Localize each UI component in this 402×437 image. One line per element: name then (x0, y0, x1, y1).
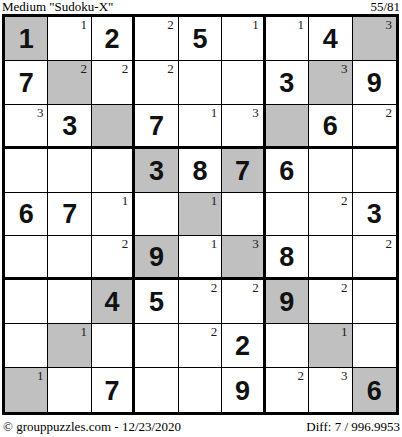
cell-r7c8[interactable]: 2 (309, 280, 352, 324)
given-digit: 4 (105, 289, 120, 316)
cell-r9c3[interactable]: 7 (92, 368, 135, 412)
page-title: Medium "Sudoku-X" (2, 0, 113, 15)
given-digit: 4 (323, 26, 338, 53)
pencil-mark: 1 (211, 194, 218, 207)
cell-r5c5[interactable]: 1 (179, 193, 222, 237)
cell-r8c8[interactable]: 1 (309, 324, 352, 368)
pencil-mark: 1 (80, 325, 87, 338)
cell-r5c2[interactable]: 7 (48, 193, 91, 237)
given-digit: 6 (19, 201, 34, 228)
cell-r9c7[interactable]: 2 (266, 368, 309, 412)
cell-r6c1[interactable] (5, 236, 48, 280)
given-digit: 7 (62, 201, 77, 228)
cell-r8c9[interactable] (353, 324, 396, 368)
pencil-mark: 2 (167, 18, 174, 31)
cell-r6c7[interactable]: 8 (266, 236, 309, 280)
cell-r3c5[interactable]: 1 (179, 105, 222, 149)
cell-r7c4[interactable]: 5 (135, 280, 178, 324)
pencil-mark: 2 (122, 237, 129, 250)
pencil-mark: 1 (37, 369, 44, 382)
cell-r2c7[interactable]: 3 (266, 61, 309, 105)
given-digit: 2 (235, 333, 250, 360)
cell-r6c4[interactable]: 9 (135, 236, 178, 280)
empty-cell-counter: 55/81 (370, 0, 400, 15)
pencil-mark: 1 (80, 18, 87, 31)
given-digit: 3 (367, 201, 382, 228)
given-digit: 7 (19, 70, 34, 97)
given-digit: 6 (279, 158, 294, 185)
given-digit: 5 (149, 289, 164, 316)
cell-r1c8[interactable]: 4 (309, 17, 352, 61)
copyright-text: © grouppuzzles.com - 12/23/2020 (3, 419, 181, 435)
cell-r8c2[interactable]: 1 (48, 324, 91, 368)
given-digit: 9 (235, 378, 250, 405)
cell-r3c9[interactable]: 2 (353, 105, 396, 149)
cell-r8c5[interactable]: 2 (179, 324, 222, 368)
cell-r7c9[interactable] (353, 280, 396, 324)
pencil-mark: 3 (252, 106, 259, 119)
cell-r4c9[interactable] (353, 149, 396, 193)
given-digit: 8 (279, 244, 294, 271)
cell-r6c6[interactable]: 3 (222, 236, 265, 280)
given-digit: 1 (19, 26, 34, 53)
cell-r1c2[interactable]: 1 (48, 17, 91, 61)
cell-r5c8[interactable]: 2 (309, 193, 352, 237)
given-digit: 9 (367, 70, 382, 97)
cell-r6c5[interactable]: 1 (179, 236, 222, 280)
pencil-mark: 2 (385, 237, 392, 250)
cell-r1c6[interactable]: 1 (222, 17, 265, 61)
cell-r4c7[interactable]: 6 (266, 149, 309, 193)
pencil-mark: 2 (385, 106, 392, 119)
sudoku-x-page: Medium "Sudoku-X" 55/81 1122511437222339… (0, 0, 402, 437)
cell-r4c1[interactable] (5, 149, 48, 193)
cell-r3c8[interactable]: 6 (309, 105, 352, 149)
cell-r4c8[interactable] (309, 149, 352, 193)
given-digit: 7 (105, 378, 120, 405)
cell-r6c9[interactable]: 2 (353, 236, 396, 280)
cell-r8c4[interactable] (135, 324, 178, 368)
pencil-mark: 1 (211, 237, 218, 250)
cell-r5c7[interactable] (266, 193, 309, 237)
given-digit: 2 (105, 26, 120, 53)
cell-r9c8[interactable]: 3 (309, 368, 352, 412)
pencil-mark: 3 (37, 106, 44, 119)
cell-r5c1[interactable]: 6 (5, 193, 48, 237)
pencil-mark: 1 (252, 18, 259, 31)
pencil-mark: 3 (252, 237, 259, 250)
cell-r2c5[interactable] (179, 61, 222, 105)
cell-r2c1[interactable]: 7 (5, 61, 48, 105)
given-digit: 9 (279, 289, 294, 316)
cell-r5c6[interactable] (222, 193, 265, 237)
pencil-mark: 2 (341, 281, 348, 294)
cell-r9c1[interactable]: 1 (5, 368, 48, 412)
cell-r1c7[interactable]: 1 (266, 17, 309, 61)
given-digit: 3 (279, 70, 294, 97)
pencil-mark: 3 (341, 62, 348, 75)
cell-r1c3[interactable]: 2 (92, 17, 135, 61)
cell-r2c2[interactable]: 2 (48, 61, 91, 105)
cell-r3c4[interactable]: 7 (135, 105, 178, 149)
cell-r1c5[interactable]: 5 (179, 17, 222, 61)
cell-r4c3[interactable] (92, 149, 135, 193)
pencil-mark: 1 (341, 325, 348, 338)
cell-r7c7[interactable]: 9 (266, 280, 309, 324)
cell-r4c2[interactable] (48, 149, 91, 193)
pencil-mark: 2 (211, 325, 218, 338)
cell-r2c9[interactable]: 9 (353, 61, 396, 105)
given-digit: 5 (192, 26, 207, 53)
cell-r1c4[interactable]: 2 (135, 17, 178, 61)
cell-r2c4[interactable]: 2 (135, 61, 178, 105)
cell-r7c6[interactable]: 2 (222, 280, 265, 324)
pencil-mark: 2 (298, 369, 305, 382)
cell-r6c3[interactable]: 2 (92, 236, 135, 280)
pencil-mark: 2 (80, 62, 87, 75)
cell-r9c5[interactable] (179, 368, 222, 412)
given-digit: 8 (192, 158, 207, 185)
cell-r3c2[interactable]: 3 (48, 105, 91, 149)
pencil-mark: 1 (211, 106, 218, 119)
cell-r9c9[interactable]: 6 (353, 368, 396, 412)
pencil-mark: 1 (122, 194, 129, 207)
cell-r4c4[interactable]: 3 (135, 149, 178, 193)
cell-r7c1[interactable] (5, 280, 48, 324)
cell-r5c9[interactable]: 3 (353, 193, 396, 237)
cell-r3c6[interactable]: 3 (222, 105, 265, 149)
cell-r3c1[interactable]: 3 (5, 105, 48, 149)
cell-r3c3[interactable] (92, 105, 135, 149)
pencil-mark: 3 (341, 369, 348, 382)
pencil-mark: 2 (167, 62, 174, 75)
cell-r4c5[interactable]: 8 (179, 149, 222, 193)
cell-r8c1[interactable] (5, 324, 48, 368)
cell-r5c3[interactable]: 1 (92, 193, 135, 237)
cell-r7c3[interactable]: 4 (92, 280, 135, 324)
given-digit: 6 (367, 378, 382, 405)
given-digit: 3 (149, 158, 164, 185)
cell-r6c8[interactable] (309, 236, 352, 280)
cell-r2c8[interactable]: 3 (309, 61, 352, 105)
cell-r4c6[interactable]: 7 (222, 149, 265, 193)
cell-r9c4[interactable] (135, 368, 178, 412)
pencil-mark: 2 (122, 62, 129, 75)
cell-r8c7[interactable] (266, 324, 309, 368)
sudoku-grid: 1122511437222339337136238766711232913824… (2, 14, 399, 415)
cell-r7c2[interactable] (48, 280, 91, 324)
cell-r2c3[interactable]: 2 (92, 61, 135, 105)
given-digit: 9 (149, 244, 164, 271)
given-digit: 7 (235, 158, 250, 185)
cell-r8c3[interactable] (92, 324, 135, 368)
pencil-mark: 1 (298, 18, 305, 31)
difficulty-text: Diff: 7 / 996.9953 (306, 419, 400, 435)
pencil-mark: 3 (385, 18, 392, 31)
pencil-mark: 2 (252, 281, 259, 294)
cell-r9c2[interactable] (48, 368, 91, 412)
cell-r8c6[interactable]: 2 (222, 324, 265, 368)
cell-r7c5[interactable]: 2 (179, 280, 222, 324)
given-digit: 6 (323, 113, 338, 140)
given-digit: 7 (149, 113, 164, 140)
cell-r1c9[interactable]: 3 (353, 17, 396, 61)
cell-r5c4[interactable] (135, 193, 178, 237)
cell-r6c2[interactable] (48, 236, 91, 280)
cell-r2c6[interactable] (222, 61, 265, 105)
cell-r9c6[interactable]: 9 (222, 368, 265, 412)
pencil-mark: 2 (341, 194, 348, 207)
cell-r1c1[interactable]: 1 (5, 17, 48, 61)
cell-r3c7[interactable] (266, 105, 309, 149)
given-digit: 3 (62, 113, 77, 140)
pencil-mark: 2 (211, 281, 218, 294)
